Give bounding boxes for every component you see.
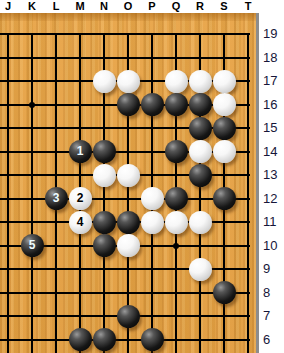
black-stone-O16[interactable] xyxy=(117,93,140,116)
black-stone-P6[interactable] xyxy=(141,328,164,351)
black-stone-R13[interactable] xyxy=(189,164,212,187)
white-stone-P11[interactable] xyxy=(141,211,164,234)
white-stone-M11[interactable]: 4 xyxy=(69,211,92,234)
white-stone-S14[interactable] xyxy=(213,140,236,163)
grid-line-col-K xyxy=(31,33,33,353)
row-label-19: 19 xyxy=(263,26,277,42)
white-stone-N17[interactable] xyxy=(93,70,116,93)
column-label-P: P xyxy=(148,0,155,13)
grid-line-row-18 xyxy=(0,57,250,59)
column-label-O: O xyxy=(124,0,133,13)
row-label-12: 12 xyxy=(263,191,277,207)
column-label-R: R xyxy=(196,0,204,13)
black-stone-S15[interactable] xyxy=(213,117,236,140)
column-label-L: L xyxy=(53,0,60,13)
grid-line-row-9 xyxy=(0,268,250,270)
row-label-10: 10 xyxy=(263,238,277,254)
column-labels-strip: JKLMNOPQRST xyxy=(0,0,259,13)
white-stone-N13[interactable] xyxy=(93,164,116,187)
black-stone-N14[interactable] xyxy=(93,140,116,163)
black-stone-O11[interactable] xyxy=(117,211,140,234)
white-stone-Q17[interactable] xyxy=(165,70,188,93)
column-label-M: M xyxy=(75,0,84,13)
column-label-K: K xyxy=(28,0,36,13)
grid-line-row-6 xyxy=(0,339,250,341)
row-label-11: 11 xyxy=(263,214,277,230)
grid-line-row-19 xyxy=(0,33,250,35)
black-stone-N11[interactable] xyxy=(93,211,116,234)
white-stone-R11[interactable] xyxy=(189,211,212,234)
black-stone-S12[interactable] xyxy=(213,187,236,210)
go-board[interactable]: 13245 xyxy=(0,13,259,353)
row-label-8: 8 xyxy=(263,285,270,301)
row-label-6: 6 xyxy=(263,332,270,348)
grid-line-col-J xyxy=(7,33,9,353)
white-stone-R14[interactable] xyxy=(189,140,212,163)
black-stone-Q12[interactable] xyxy=(165,187,188,210)
white-stone-R9[interactable] xyxy=(189,258,212,281)
row-label-7: 7 xyxy=(263,308,270,324)
white-stone-P12[interactable] xyxy=(141,187,164,210)
column-label-T: T xyxy=(245,0,252,13)
row-label-17: 17 xyxy=(263,73,277,89)
row-label-18: 18 xyxy=(263,50,277,66)
black-stone-Q14[interactable] xyxy=(165,140,188,163)
black-stone-S8[interactable] xyxy=(213,281,236,304)
row-label-14: 14 xyxy=(263,144,277,160)
row-label-9: 9 xyxy=(263,261,270,277)
column-label-S: S xyxy=(220,0,227,13)
white-stone-M12[interactable]: 2 xyxy=(69,187,92,210)
black-stone-M14[interactable]: 1 xyxy=(69,140,92,163)
row-label-13: 13 xyxy=(263,167,277,183)
black-stone-P16[interactable] xyxy=(141,93,164,116)
column-label-J: J xyxy=(5,0,11,13)
board-top-edge xyxy=(0,13,256,21)
white-stone-Q11[interactable] xyxy=(165,211,188,234)
black-stone-M6[interactable] xyxy=(69,328,92,351)
column-label-N: N xyxy=(100,0,108,13)
black-stone-N10[interactable] xyxy=(93,234,116,257)
white-stone-O17[interactable] xyxy=(117,70,140,93)
black-stone-R16[interactable] xyxy=(189,93,212,116)
black-stone-N6[interactable] xyxy=(93,328,116,351)
star-point-Q10 xyxy=(173,243,179,249)
white-stone-O10[interactable] xyxy=(117,234,140,257)
row-labels-strip: 191817161514131211109876 xyxy=(259,0,284,353)
white-stone-S17[interactable] xyxy=(213,70,236,93)
white-stone-O13[interactable] xyxy=(117,164,140,187)
black-stone-O7[interactable] xyxy=(117,305,140,328)
black-stone-Q16[interactable] xyxy=(165,93,188,116)
white-stone-R17[interactable] xyxy=(189,70,212,93)
row-label-16: 16 xyxy=(263,97,277,113)
star-point-K16 xyxy=(29,102,35,108)
column-label-Q: Q xyxy=(172,0,181,13)
black-stone-K10[interactable]: 5 xyxy=(21,234,44,257)
grid-line-col-T xyxy=(247,33,249,353)
row-label-15: 15 xyxy=(263,120,277,136)
black-stone-R15[interactable] xyxy=(189,117,212,140)
black-stone-L12[interactable]: 3 xyxy=(45,187,68,210)
white-stone-S16[interactable] xyxy=(213,93,236,116)
